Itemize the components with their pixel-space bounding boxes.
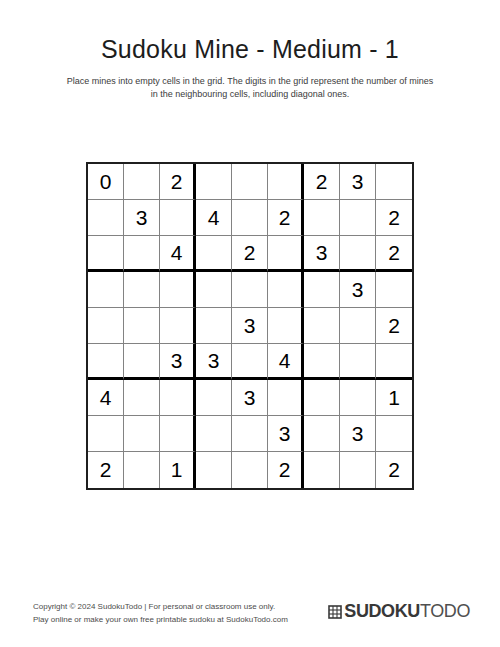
- cell-r6c9-empty[interactable]: [376, 344, 412, 380]
- footer-copyright: Copyright © 2024 SudokuTodo | For person…: [33, 600, 288, 626]
- cell-r1c8-clue[interactable]: 3: [340, 164, 376, 200]
- cell-r6c6-clue[interactable]: 4: [268, 344, 304, 380]
- cell-r2c7-empty[interactable]: [304, 200, 340, 236]
- cell-r9c2-empty[interactable]: [124, 452, 160, 488]
- cell-r4c9-empty[interactable]: [376, 272, 412, 308]
- sudokutodo-logo: SUDOKUTODO: [328, 601, 470, 622]
- cell-r6c2-empty[interactable]: [124, 344, 160, 380]
- cell-r4c8-clue[interactable]: 3: [340, 272, 376, 308]
- cell-r2c4-clue[interactable]: 4: [196, 200, 232, 236]
- cell-r2c1-empty[interactable]: [88, 200, 124, 236]
- cell-r5c1-empty[interactable]: [88, 308, 124, 344]
- sudoku-grid-icon: [328, 605, 342, 619]
- cell-r8c6-clue[interactable]: 3: [268, 416, 304, 452]
- cell-r5c8-empty[interactable]: [340, 308, 376, 344]
- cell-r6c8-empty[interactable]: [340, 344, 376, 380]
- cell-r5c6-empty[interactable]: [268, 308, 304, 344]
- cell-r1c7-clue[interactable]: 2: [304, 164, 340, 200]
- instructions-line-2: in the neighbouring cells, including dia…: [0, 88, 500, 101]
- cell-r1c1-clue[interactable]: 0: [88, 164, 124, 200]
- cell-r4c4-empty[interactable]: [196, 272, 232, 308]
- cell-r8c1-empty[interactable]: [88, 416, 124, 452]
- cell-r5c3-empty[interactable]: [160, 308, 196, 344]
- cell-r8c3-empty[interactable]: [160, 416, 196, 452]
- cell-r1c2-empty[interactable]: [124, 164, 160, 200]
- cell-r5c4-empty[interactable]: [196, 308, 232, 344]
- cell-r3c8-empty[interactable]: [340, 236, 376, 272]
- cell-r9c6-clue[interactable]: 2: [268, 452, 304, 488]
- cell-r2c9-clue[interactable]: 2: [376, 200, 412, 236]
- cell-r4c6-empty[interactable]: [268, 272, 304, 308]
- cell-r9c3-clue[interactable]: 1: [160, 452, 196, 488]
- cell-r8c8-clue[interactable]: 3: [340, 416, 376, 452]
- cell-r1c6-empty[interactable]: [268, 164, 304, 200]
- cell-r5c9-clue[interactable]: 2: [376, 308, 412, 344]
- cell-r9c5-empty[interactable]: [232, 452, 268, 488]
- cell-r4c7-empty[interactable]: [304, 272, 340, 308]
- cell-r3c1-empty[interactable]: [88, 236, 124, 272]
- cell-r7c8-empty[interactable]: [340, 380, 376, 416]
- cell-r3c6-empty[interactable]: [268, 236, 304, 272]
- cell-r1c4-empty[interactable]: [196, 164, 232, 200]
- cell-r8c9-empty[interactable]: [376, 416, 412, 452]
- cell-r1c9-empty[interactable]: [376, 164, 412, 200]
- logo-wordmark: SUDOKUTODO: [344, 601, 470, 622]
- cell-r7c3-empty[interactable]: [160, 380, 196, 416]
- cell-r6c7-empty[interactable]: [304, 344, 340, 380]
- cell-r7c7-empty[interactable]: [304, 380, 340, 416]
- cell-r6c5-empty[interactable]: [232, 344, 268, 380]
- cell-r7c5-clue[interactable]: 3: [232, 380, 268, 416]
- cell-r9c1-clue[interactable]: 2: [88, 452, 124, 488]
- cell-r3c7-clue[interactable]: 3: [304, 236, 340, 272]
- cell-r1c5-empty[interactable]: [232, 164, 268, 200]
- cell-r4c5-empty[interactable]: [232, 272, 268, 308]
- printable-puzzle-page: Sudoku Mine - Medium - 1 Place mines int…: [0, 0, 500, 647]
- cell-r7c1-clue[interactable]: 4: [88, 380, 124, 416]
- cell-r3c2-empty[interactable]: [124, 236, 160, 272]
- cell-r5c5-clue[interactable]: 3: [232, 308, 268, 344]
- cell-r9c4-empty[interactable]: [196, 452, 232, 488]
- cell-r6c4-clue[interactable]: 3: [196, 344, 232, 380]
- cell-r3c3-clue[interactable]: 4: [160, 236, 196, 272]
- cell-r3c4-empty[interactable]: [196, 236, 232, 272]
- instructions: Place mines into empty cells in the grid…: [0, 75, 500, 101]
- cell-r7c2-empty[interactable]: [124, 380, 160, 416]
- cell-r8c2-empty[interactable]: [124, 416, 160, 452]
- cell-r8c5-empty[interactable]: [232, 416, 268, 452]
- copyright-line: Copyright © 2024 SudokuTodo | For person…: [33, 600, 288, 613]
- puzzle-grid: 022334224232332334431332122: [86, 162, 414, 490]
- cell-r4c2-empty[interactable]: [124, 272, 160, 308]
- cell-r4c1-empty[interactable]: [88, 272, 124, 308]
- cell-r8c7-empty[interactable]: [304, 416, 340, 452]
- cell-r6c1-empty[interactable]: [88, 344, 124, 380]
- cell-r3c9-clue[interactable]: 2: [376, 236, 412, 272]
- cell-r1c3-clue[interactable]: 2: [160, 164, 196, 200]
- cell-r7c9-clue[interactable]: 1: [376, 380, 412, 416]
- cell-r2c2-clue[interactable]: 3: [124, 200, 160, 236]
- cell-r3c5-clue[interactable]: 2: [232, 236, 268, 272]
- cell-r2c8-empty[interactable]: [340, 200, 376, 236]
- cell-r2c3-empty[interactable]: [160, 200, 196, 236]
- cell-r2c5-empty[interactable]: [232, 200, 268, 236]
- cell-r5c2-empty[interactable]: [124, 308, 160, 344]
- cell-r6c3-clue[interactable]: 3: [160, 344, 196, 380]
- cell-r9c8-empty[interactable]: [340, 452, 376, 488]
- logo-sudoku-text: SUDOKU: [344, 601, 420, 621]
- cell-r9c9-clue[interactable]: 2: [376, 452, 412, 488]
- cell-r9c7-empty[interactable]: [304, 452, 340, 488]
- cell-r7c4-empty[interactable]: [196, 380, 232, 416]
- play-online-line: Play online or make your own free printa…: [33, 613, 288, 626]
- cell-r2c6-clue[interactable]: 2: [268, 200, 304, 236]
- cell-r5c7-empty[interactable]: [304, 308, 340, 344]
- cell-r4c3-empty[interactable]: [160, 272, 196, 308]
- logo-todo-text: TODO: [420, 601, 470, 621]
- instructions-line-1: Place mines into empty cells in the grid…: [0, 75, 500, 88]
- cell-r7c6-empty[interactable]: [268, 380, 304, 416]
- cell-r8c4-empty[interactable]: [196, 416, 232, 452]
- page-title: Sudoku Mine - Medium - 1: [0, 35, 500, 64]
